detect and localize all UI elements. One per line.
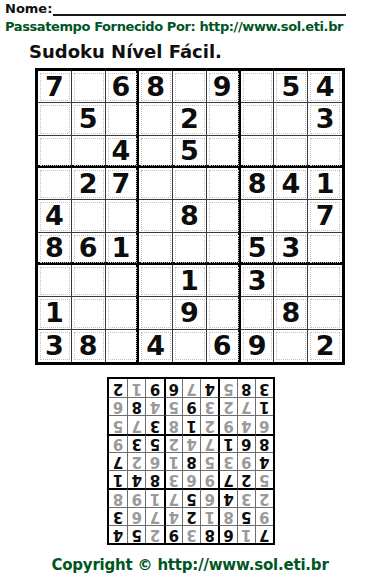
- solution-cell-r2c9: 3: [109, 507, 127, 525]
- solution-cell-r2c5: 2: [182, 507, 200, 525]
- solution-cell-r8c6: 5: [164, 397, 182, 415]
- solution-cell-r2c8: 6: [127, 507, 145, 525]
- solution-cell-r5c2: 9: [237, 452, 255, 470]
- cell-r9c4: 4: [139, 330, 173, 362]
- cell-r9c9: 2: [308, 330, 342, 362]
- solution-cell-r7c8: 7: [127, 415, 145, 433]
- solution-cell-r7c9: 5: [109, 415, 127, 433]
- solution-cell-r1c3: 6: [218, 525, 236, 543]
- solution-cell-r5c9: 7: [109, 452, 127, 470]
- solution-cell-r3c2: 3: [237, 488, 255, 506]
- cell-r6c2: 6: [72, 233, 106, 265]
- cell-r9c3[interactable]: [106, 330, 140, 362]
- solution-cell-r9c4: 4: [200, 379, 218, 397]
- cell-r3c6[interactable]: [207, 136, 241, 168]
- cell-r6c3: 1: [106, 233, 140, 265]
- cell-r4c6[interactable]: [207, 168, 241, 200]
- provider-text: Passatempo Fornecido Por: http://www.sol…: [5, 19, 375, 34]
- cell-r5c4[interactable]: [139, 200, 173, 232]
- solution-cell-r2c6: 4: [164, 507, 182, 525]
- solution-cell-r9c2: 8: [237, 379, 255, 397]
- cell-r3c2[interactable]: [72, 136, 106, 168]
- cell-r2c8[interactable]: [274, 103, 308, 135]
- cell-r8c2[interactable]: [72, 297, 106, 329]
- solution-cell-r3c4: 6: [200, 488, 218, 506]
- cell-r4c3: 7: [106, 168, 140, 200]
- solution-cell-r2c4: 1: [200, 507, 218, 525]
- solution-grid: 7168392549581247632346571985279638414935…: [107, 377, 275, 545]
- solution-cell-r5c6: 1: [164, 452, 182, 470]
- solution-cell-r5c7: 6: [145, 452, 163, 470]
- solution-cell-r1c2: 1: [237, 525, 255, 543]
- cell-r2c4[interactable]: [139, 103, 173, 135]
- cell-r3c1[interactable]: [38, 136, 72, 168]
- solution-cell-r8c1: 1: [255, 397, 273, 415]
- solution-cell-r3c7: 1: [145, 488, 163, 506]
- solution-cell-r1c9: 4: [109, 525, 127, 543]
- solution-cell-r8c3: 2: [218, 397, 236, 415]
- solution-cell-r6c1: 8: [255, 434, 273, 452]
- cell-r1c4: 8: [139, 71, 173, 103]
- cell-r5c3[interactable]: [106, 200, 140, 232]
- solution-cell-r6c2: 6: [237, 434, 255, 452]
- cell-r1c8: 5: [274, 71, 308, 103]
- solution-cell-r8c9: 6: [109, 397, 127, 415]
- cell-r1c7[interactable]: [241, 71, 275, 103]
- solution-cell-r4c4: 9: [200, 470, 218, 488]
- cell-r2c2: 5: [72, 103, 106, 135]
- solution-cell-r4c8: 4: [127, 470, 145, 488]
- cell-r3c4[interactable]: [139, 136, 173, 168]
- cell-r2c3[interactable]: [106, 103, 140, 135]
- cell-r5c7[interactable]: [241, 200, 275, 232]
- cell-r2c7[interactable]: [241, 103, 275, 135]
- cell-r5c8[interactable]: [274, 200, 308, 232]
- name-underline[interactable]: [53, 2, 346, 16]
- cell-r8c4[interactable]: [139, 297, 173, 329]
- cell-r7c6[interactable]: [207, 265, 241, 297]
- cell-r8c9[interactable]: [308, 297, 342, 329]
- cell-r7c7: 3: [241, 265, 275, 297]
- solution-cell-r9c7: 9: [145, 379, 163, 397]
- solution-cell-r7c5: 1: [182, 415, 200, 433]
- cell-r7c5: 1: [173, 265, 207, 297]
- solution-cell-r6c7: 5: [145, 434, 163, 452]
- cell-r2c5: 2: [173, 103, 207, 135]
- cell-r7c3[interactable]: [106, 265, 140, 297]
- solution-cell-r5c4: 5: [200, 452, 218, 470]
- solution-cell-r4c7: 8: [145, 470, 163, 488]
- cell-r8c7[interactable]: [241, 297, 275, 329]
- solution-cell-r7c1: 6: [255, 415, 273, 433]
- solution-cell-r8c4: 3: [200, 397, 218, 415]
- cell-r9c6: 6: [207, 330, 241, 362]
- solution-cell-r2c2: 5: [237, 507, 255, 525]
- cell-r1c1: 7: [38, 71, 72, 103]
- solution-cell-r7c7: 3: [145, 415, 163, 433]
- solution-cell-r7c2: 4: [237, 415, 255, 433]
- cell-r4c8: 4: [274, 168, 308, 200]
- solution-cell-r4c3: 7: [218, 470, 236, 488]
- solution-cell-r5c5: 8: [182, 452, 200, 470]
- page-title: Sudoku Nível Fácil.: [29, 41, 222, 62]
- name-label: Nome:: [5, 1, 52, 16]
- solution-cell-r9c3: 5: [218, 379, 236, 397]
- solution-cell-r8c7: 4: [145, 397, 163, 415]
- solution-cell-r4c6: 3: [164, 470, 182, 488]
- solution-cell-r5c3: 3: [218, 452, 236, 470]
- solution-cell-r9c1: 3: [255, 379, 273, 397]
- cell-r6c4[interactable]: [139, 233, 173, 265]
- solution-cell-r3c1: 2: [255, 488, 273, 506]
- solution-cell-r3c5: 5: [182, 488, 200, 506]
- solution-cell-r9c9: 2: [109, 379, 127, 397]
- solution-cell-r3c8: 9: [127, 488, 145, 506]
- cell-r8c5: 9: [173, 297, 207, 329]
- cell-r9c5[interactable]: [173, 330, 207, 362]
- solution-cell-r8c2: 7: [237, 397, 255, 415]
- solution-cell-r6c5: 4: [182, 434, 200, 452]
- solution-cell-r1c4: 8: [200, 525, 218, 543]
- cell-r3c3: 4: [106, 136, 140, 168]
- solution-cell-r1c5: 3: [182, 525, 200, 543]
- cell-r7c2[interactable]: [72, 265, 106, 297]
- solution-cell-r2c1: 9: [255, 507, 273, 525]
- solution-cell-r1c6: 9: [164, 525, 182, 543]
- solution-cell-r6c3: 1: [218, 434, 236, 452]
- solution-cell-r4c1: 5: [255, 470, 273, 488]
- solution-cell-r6c9: 9: [109, 434, 127, 452]
- solution-cell-r6c4: 7: [200, 434, 218, 452]
- cell-r9c7: 9: [241, 330, 275, 362]
- cell-r8c8: 8: [274, 297, 308, 329]
- cell-r7c4[interactable]: [139, 265, 173, 297]
- name-row: Nome:: [5, 1, 346, 16]
- cell-r1c9: 4: [308, 71, 342, 103]
- cell-r6c9[interactable]: [308, 233, 342, 265]
- cell-r6c5[interactable]: [173, 233, 207, 265]
- solution-cell-r2c7: 7: [145, 507, 163, 525]
- solution-cell-r5c8: 2: [127, 452, 145, 470]
- solution-cell-r2c3: 8: [218, 507, 236, 525]
- solution-cell-r3c3: 4: [218, 488, 236, 506]
- cell-r4c4[interactable]: [139, 168, 173, 200]
- cell-r8c3[interactable]: [106, 297, 140, 329]
- solution-cell-r4c2: 2: [237, 470, 255, 488]
- solution-cell-r4c5: 6: [182, 470, 200, 488]
- cell-r1c6: 9: [207, 71, 241, 103]
- solution-cell-r8c5: 9: [182, 397, 200, 415]
- cell-r2c1[interactable]: [38, 103, 72, 135]
- cell-r9c1: 3: [38, 330, 72, 362]
- cell-r5c6[interactable]: [207, 200, 241, 232]
- cell-r5c5: 8: [173, 200, 207, 232]
- solution-cell-r7c4: 2: [200, 415, 218, 433]
- solution-cell-r3c9: 8: [109, 488, 127, 506]
- cell-r8c1: 1: [38, 297, 72, 329]
- cell-r6c6[interactable]: [207, 233, 241, 265]
- cell-r9c8[interactable]: [274, 330, 308, 362]
- solution-cell-r1c8: 5: [127, 525, 145, 543]
- cell-r4c9: 1: [308, 168, 342, 200]
- cell-r6c1: 8: [38, 233, 72, 265]
- main-sudoku-grid: 76895452345278414878615313198384692: [35, 68, 345, 365]
- cell-r4c1[interactable]: [38, 168, 72, 200]
- solution-cell-r6c6: 2: [164, 434, 182, 452]
- solution-cell-r1c1: 7: [255, 525, 273, 543]
- solution-cell-r8c8: 8: [127, 397, 145, 415]
- cell-r5c2[interactable]: [72, 200, 106, 232]
- cell-r7c1[interactable]: [38, 265, 72, 297]
- cell-r1c3: 6: [106, 71, 140, 103]
- solution-cell-r5c1: 4: [255, 452, 273, 470]
- cell-r3c9[interactable]: [308, 136, 342, 168]
- solution-cell-r7c6: 8: [164, 415, 182, 433]
- solution-cell-r9c8: 1: [127, 379, 145, 397]
- solution-cell-r1c7: 2: [145, 525, 163, 543]
- solution-cell-r4c9: 1: [109, 470, 127, 488]
- cell-r1c5[interactable]: [173, 71, 207, 103]
- cell-r3c8[interactable]: [274, 136, 308, 168]
- solution-cell-r6c8: 3: [127, 434, 145, 452]
- cell-r4c7: 8: [241, 168, 275, 200]
- solution-cell-r7c3: 9: [218, 415, 236, 433]
- copyright-text: Copyright © http://www.sol.eti.br: [0, 556, 380, 574]
- cell-r1c2[interactable]: [72, 71, 106, 103]
- cell-r7c8[interactable]: [274, 265, 308, 297]
- cell-r5c9: 7: [308, 200, 342, 232]
- cell-r3c7[interactable]: [241, 136, 275, 168]
- cell-r3c5: 5: [173, 136, 207, 168]
- solution-cell-r3c6: 7: [164, 488, 182, 506]
- cell-r6c8: 3: [274, 233, 308, 265]
- cell-r4c5[interactable]: [173, 168, 207, 200]
- cell-r2c6[interactable]: [207, 103, 241, 135]
- cell-r5c1: 4: [38, 200, 72, 232]
- cell-r4c2: 2: [72, 168, 106, 200]
- cell-r9c2: 8: [72, 330, 106, 362]
- solution-cell-r9c5: 7: [182, 379, 200, 397]
- cell-r2c9: 3: [308, 103, 342, 135]
- cell-r7c9[interactable]: [308, 265, 342, 297]
- cell-r6c7: 5: [241, 233, 275, 265]
- solution-cell-r9c6: 6: [164, 379, 182, 397]
- cell-r8c6[interactable]: [207, 297, 241, 329]
